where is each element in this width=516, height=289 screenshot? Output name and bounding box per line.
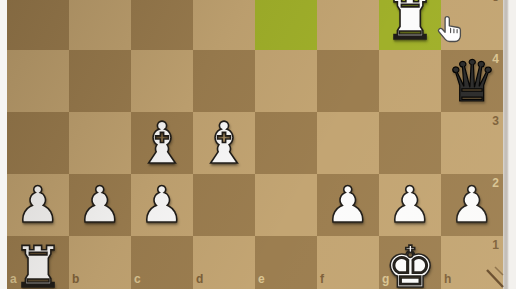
square-c1[interactable]: c xyxy=(131,236,193,289)
square-h4[interactable]: 4♛ xyxy=(441,50,503,112)
white-pawn-b2[interactable]: ♟ xyxy=(69,174,131,236)
file-label-d: d xyxy=(196,272,203,286)
file-label-h: h xyxy=(444,272,451,286)
white-pawn-a2[interactable]: ♟ xyxy=(7,174,69,236)
white-bishop-d3[interactable]: ♝ xyxy=(193,112,255,174)
board-resize-handle-icon[interactable] xyxy=(483,261,505,289)
square-d2[interactable] xyxy=(193,174,255,236)
chess-board: ♜54♛♝♝3♟♟♟♟♟2♟a♜bcdefg♚1h xyxy=(0,0,516,289)
square-h2[interactable]: 2♟ xyxy=(441,174,503,236)
file-label-g: g xyxy=(382,272,389,286)
white-pawn-c2[interactable]: ♟ xyxy=(131,174,193,236)
square-c3[interactable]: ♝ xyxy=(131,112,193,174)
square-a3[interactable] xyxy=(7,112,69,174)
square-b1[interactable]: b xyxy=(69,236,131,289)
rank-label-3: 3 xyxy=(492,114,499,128)
square-d4[interactable] xyxy=(193,50,255,112)
square-c4[interactable] xyxy=(131,50,193,112)
square-g4[interactable] xyxy=(379,50,441,112)
white-rook-g5[interactable]: ♜ xyxy=(379,0,441,50)
chess-board-viewport: ♜54♛♝♝3♟♟♟♟♟2♟a♜bcdefg♚1h xyxy=(0,0,516,289)
rank-label-1: 1 xyxy=(492,238,499,252)
square-g2[interactable]: ♟ xyxy=(379,174,441,236)
square-f1[interactable]: f xyxy=(317,236,379,289)
square-h3[interactable]: 3 xyxy=(441,112,503,174)
square-d3[interactable]: ♝ xyxy=(193,112,255,174)
rank-label-4: 4 xyxy=(492,52,499,66)
square-h5[interactable]: 5 xyxy=(441,0,503,50)
square-c5[interactable] xyxy=(131,0,193,50)
square-b3[interactable] xyxy=(69,112,131,174)
square-f4[interactable] xyxy=(317,50,379,112)
square-a2[interactable]: ♟ xyxy=(7,174,69,236)
square-f3[interactable] xyxy=(317,112,379,174)
scrollbar-track[interactable] xyxy=(503,0,516,289)
square-a4[interactable] xyxy=(7,50,69,112)
rank-label-5: 5 xyxy=(492,0,499,4)
square-f5[interactable] xyxy=(317,0,379,50)
square-a5[interactable] xyxy=(7,0,69,50)
square-g3[interactable] xyxy=(379,112,441,174)
square-a1[interactable]: a♜ xyxy=(7,236,69,289)
square-e4[interactable] xyxy=(255,50,317,112)
square-b2[interactable]: ♟ xyxy=(69,174,131,236)
square-g5[interactable]: ♜ xyxy=(379,0,441,50)
file-label-b: b xyxy=(72,272,79,286)
white-pawn-g2[interactable]: ♟ xyxy=(379,174,441,236)
square-e2[interactable] xyxy=(255,174,317,236)
square-e3[interactable] xyxy=(255,112,317,174)
square-b4[interactable] xyxy=(69,50,131,112)
white-pawn-f2[interactable]: ♟ xyxy=(317,174,379,236)
square-d1[interactable]: d xyxy=(193,236,255,289)
square-f2[interactable]: ♟ xyxy=(317,174,379,236)
square-g1[interactable]: g♚ xyxy=(379,236,441,289)
white-bishop-c3[interactable]: ♝ xyxy=(131,112,193,174)
file-label-e: e xyxy=(258,272,265,286)
square-e1[interactable]: e xyxy=(255,236,317,289)
page-left-margin xyxy=(0,0,7,289)
file-label-f: f xyxy=(320,272,324,286)
square-c2[interactable]: ♟ xyxy=(131,174,193,236)
file-label-a: a xyxy=(10,272,17,286)
file-label-c: c xyxy=(134,272,141,286)
square-b5[interactable] xyxy=(69,0,131,50)
rank-label-2: 2 xyxy=(492,176,499,190)
square-e5[interactable] xyxy=(255,0,317,50)
square-d5[interactable] xyxy=(193,0,255,50)
